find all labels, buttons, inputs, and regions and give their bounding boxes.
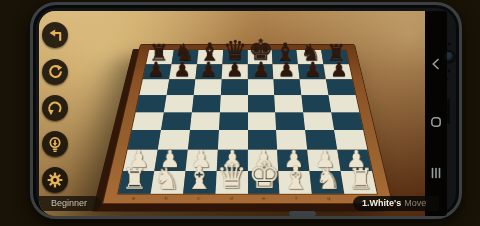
square-a4[interactable] [132,112,164,130]
board-grid: ♜♞♝♛♚♝♞♜♟♟♟♟♟♟♟♟♟♟♟♟♟♟♟♟♜♞♝♛♚♝♞♜ [118,50,377,194]
white-bishop[interactable]: ♝ [183,162,215,193]
white-rook[interactable]: ♜ [118,165,150,194]
square-c7[interactable]: ♟ [195,64,222,79]
sensor-dot [447,69,451,73]
square-b1[interactable]: ♞ [151,171,186,194]
square-d1[interactable]: ♛ [215,171,247,194]
square-b7[interactable]: ♟ [169,64,197,79]
home-outline-icon [430,116,442,128]
square-c5[interactable] [192,95,221,112]
black-pawn[interactable]: ♟ [300,59,326,79]
square-e7[interactable]: ♟ [248,64,274,79]
file-label: b [149,194,183,201]
square-d4[interactable] [219,112,248,130]
file-labels: abcdefgh [116,194,378,201]
square-e1[interactable]: ♚ [248,171,280,194]
white-knight[interactable]: ♞ [312,164,344,193]
white-queen[interactable]: ♛ [215,159,247,193]
android-navbar [425,11,447,216]
canvas: { "game": "chess", "position": { "fen": … [0,0,480,226]
square-g1[interactable]: ♞ [310,171,345,194]
black-pawn[interactable]: ♟ [221,59,247,79]
square-d6[interactable] [220,79,247,95]
black-pawn[interactable]: ♟ [248,59,274,79]
nav-recents-button[interactable] [425,162,447,184]
square-a5[interactable] [136,95,167,112]
square-b5[interactable] [164,95,194,112]
file-label: f [280,194,313,201]
recents-bars-icon [430,167,442,179]
redo-button[interactable] [42,59,68,85]
bottom-port [289,211,316,216]
square-h6[interactable] [326,79,356,95]
nav-home-button[interactable] [425,111,447,133]
square-g6[interactable] [300,79,329,95]
earpiece-speaker [447,98,450,125]
settings-button[interactable] [42,167,68,193]
square-f6[interactable] [274,79,302,95]
square-c6[interactable] [193,79,221,95]
black-pawn[interactable]: ♟ [195,59,221,79]
square-a7[interactable]: ♟ [143,64,172,79]
white-knight[interactable]: ♞ [151,164,183,193]
back-chevron-icon [430,58,442,70]
square-c4[interactable] [190,112,220,130]
rotate-clockwise-icon [47,64,63,80]
square-f7[interactable]: ♟ [273,64,300,79]
file-label: a [116,194,150,201]
file-label: d [215,194,248,201]
black-pawn[interactable]: ♟ [326,59,352,79]
square-h1[interactable]: ♜ [341,171,377,194]
square-e5[interactable] [248,95,276,112]
square-g5[interactable] [302,95,332,112]
square-d5[interactable] [220,95,248,112]
chess-app-scene: ♜♞♝♛♚♝♞♜♟♟♟♟♟♟♟♟♟♟♟♟♟♟♟♟♜♞♝♛♚♝♞♜ abcdefg… [39,11,425,216]
black-pawn[interactable]: ♟ [169,59,195,79]
white-rook[interactable]: ♜ [344,165,376,194]
square-g4[interactable] [303,112,334,130]
square-f1[interactable]: ♝ [279,171,313,194]
rotate-counterclockwise-icon [47,100,63,116]
square-b6[interactable] [166,79,195,95]
black-pawn[interactable]: ♟ [274,59,300,79]
square-f4[interactable] [275,112,305,130]
undo-button[interactable] [42,22,68,48]
square-h4[interactable] [331,112,363,130]
square-c1[interactable]: ♝ [183,171,217,194]
square-a1[interactable]: ♜ [118,171,154,194]
square-d7[interactable]: ♟ [221,64,247,79]
square-b4[interactable] [161,112,192,130]
difficulty-label: Beginner [51,198,87,208]
chess-board: ♜♞♝♛♚♝♞♜♟♟♟♟♟♟♟♟♟♟♟♟♟♟♟♟♜♞♝♛♚♝♞♜ abcdefg… [102,44,393,204]
phone-screen: ♜♞♝♛♚♝♞♜♟♟♟♟♟♟♟♟♟♟♟♟♟♟♟♟♜♞♝♛♚♝♞♜ abcdefg… [39,11,447,216]
square-e4[interactable] [248,112,277,130]
square-h7[interactable]: ♟ [324,64,353,79]
white-king[interactable]: ♚ [248,157,280,193]
square-e6[interactable] [248,79,275,95]
file-label: g [312,194,346,201]
file-label: c [182,194,215,201]
move-indicator-primary: 1.White's [362,198,401,208]
flip-board-button[interactable] [42,95,68,121]
white-bishop[interactable]: ♝ [280,162,312,193]
file-label: e [248,194,281,201]
lightbulb-icon [47,136,63,152]
black-pawn[interactable]: ♟ [143,59,169,79]
difficulty-badge[interactable]: Beginner [39,196,101,211]
square-a6[interactable] [139,79,169,95]
proximity-sensor-dot [447,42,451,46]
nav-back-button[interactable] [425,53,447,75]
square-h5[interactable] [329,95,360,112]
square-g7[interactable]: ♟ [298,64,326,79]
square-f5[interactable] [275,95,304,112]
phone-mockup: ♜♞♝♛♚♝♞♜♟♟♟♟♟♟♟♟♟♟♟♟♟♟♟♟♜♞♝♛♚♝♞♜ abcdefg… [30,2,462,219]
undo-arrow-icon [47,27,63,43]
move-indicator-secondary: Move [404,198,426,208]
hint-button[interactable] [42,131,68,157]
gear-icon [47,172,63,188]
move-indicator: 1.White'sMove [353,196,439,211]
